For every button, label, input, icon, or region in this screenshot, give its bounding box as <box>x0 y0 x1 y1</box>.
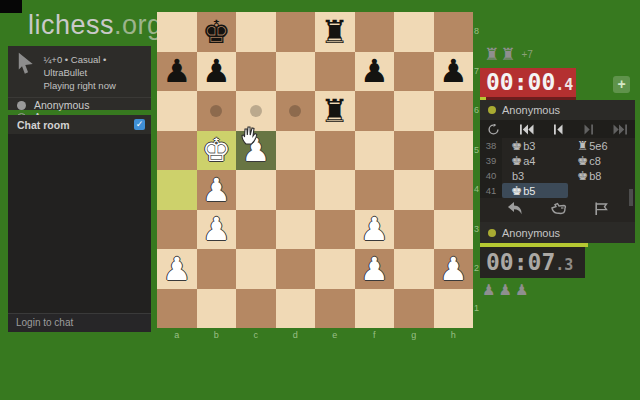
square-h7[interactable]: ♟ <box>434 52 474 92</box>
move-row: 40 b3 ♚b8 <box>480 168 635 183</box>
square-e5[interactable] <box>315 131 355 171</box>
square-c7[interactable] <box>236 52 276 92</box>
square-d4[interactable] <box>276 170 316 210</box>
white-pawn[interactable]: ♟ <box>197 210 237 250</box>
square-f8[interactable] <box>355 12 395 52</box>
go-prev-icon[interactable] <box>554 124 563 135</box>
square-c8[interactable] <box>236 12 276 52</box>
square-c3[interactable] <box>236 210 276 250</box>
black-pawn[interactable]: ♟ <box>157 52 197 92</box>
black-rook[interactable]: ♜ <box>315 91 355 131</box>
square-h8[interactable] <box>434 12 474 52</box>
square-d3[interactable] <box>276 210 316 250</box>
square-a3[interactable] <box>157 210 197 250</box>
give-time-button[interactable]: + <box>613 76 630 93</box>
square-h4[interactable] <box>434 170 474 210</box>
square-g1[interactable] <box>394 289 434 329</box>
move-row: 38 ♚b3 ♜5e6 <box>480 138 635 153</box>
move-list-scrollbar[interactable] <box>629 189 633 206</box>
bottom-player-name: Anonymous <box>502 227 560 239</box>
move-number: 40 <box>480 168 502 183</box>
online-dot-icon <box>488 106 496 114</box>
online-dot-icon <box>488 229 496 237</box>
square-h2[interactable]: ♟ <box>434 249 474 289</box>
square-e1[interactable] <box>315 289 355 329</box>
square-f2[interactable]: ♟ <box>355 249 395 289</box>
captured-pawns-icons: ♟♟♟ <box>482 281 531 299</box>
move-white-current[interactable]: ♚b5 <box>502 183 568 198</box>
clock-white: 00:07 .3 <box>480 247 585 278</box>
offer-draw-icon[interactable] <box>550 201 567 220</box>
top-player-name: Anonymous <box>502 104 560 116</box>
square-g4[interactable] <box>394 170 434 210</box>
square-c4[interactable] <box>236 170 276 210</box>
square-a7[interactable]: ♟ <box>157 52 197 92</box>
clock-black: 00:00 .4 <box>480 68 576 97</box>
file-label-g: g <box>394 330 434 340</box>
move-black[interactable]: ♚b8 <box>568 168 634 183</box>
material-diff-top: ♜♜ +7 <box>484 46 533 63</box>
site-logo[interactable]: lichess.org <box>28 10 163 41</box>
square-e3[interactable] <box>315 210 355 250</box>
square-b2[interactable] <box>197 249 237 289</box>
square-g8[interactable] <box>394 12 434 52</box>
logo-tld: .org <box>114 10 163 40</box>
clock-black-time: 00:00 <box>486 68 555 97</box>
rank-label-6: 6 <box>474 91 479 131</box>
rank-label-8: 8 <box>474 12 479 52</box>
square-a4[interactable] <box>157 170 197 210</box>
rank-label-7: 7 <box>474 52 479 92</box>
square-b8[interactable]: ♚ <box>197 12 237 52</box>
chat-toggle-checkbox[interactable]: ✓ <box>134 119 145 130</box>
file-coordinates: abcdefgh <box>157 330 473 342</box>
square-d6[interactable] <box>276 91 316 131</box>
black-pawn[interactable]: ♟ <box>355 52 395 92</box>
chat-title: Chat room <box>17 119 70 131</box>
material-diff-bottom: ♟♟♟ <box>482 281 531 299</box>
square-f1[interactable] <box>355 289 395 329</box>
rank-label-3: 3 <box>474 210 479 250</box>
chess-board[interactable]: ♚♜♟♟♟♟♜♚♟♟♟♟♟♟♟ <box>157 12 473 328</box>
square-f3[interactable]: ♟ <box>355 210 395 250</box>
square-b1[interactable] <box>197 289 237 329</box>
move-row: 39 ♚a4 ♚c8 <box>480 153 635 168</box>
bottom-player-bar: Anonymous <box>480 222 635 243</box>
go-first-icon[interactable] <box>520 124 534 135</box>
game-status-text: Playing right now <box>43 79 145 92</box>
move-list: 38 ♚b3 ♜5e6 39 ♚a4 ♚c8 40 b3 ♚b8 41 ♚b5 <box>480 138 635 198</box>
takeback-icon[interactable] <box>506 201 523 219</box>
file-label-e: e <box>315 330 355 340</box>
square-d7[interactable] <box>276 52 316 92</box>
square-g7[interactable] <box>394 52 434 92</box>
square-d1[interactable] <box>276 289 316 329</box>
move-white[interactable]: ♚b3 <box>502 138 568 153</box>
move-black[interactable] <box>568 183 634 198</box>
square-f7[interactable]: ♟ <box>355 52 395 92</box>
square-a6[interactable] <box>157 91 197 131</box>
square-a2[interactable]: ♟ <box>157 249 197 289</box>
square-f5[interactable] <box>355 131 395 171</box>
white-king[interactable]: ♚ <box>197 131 237 171</box>
square-b6[interactable] <box>197 91 237 131</box>
move-nav-bar <box>480 120 635 138</box>
window-corner <box>0 0 22 13</box>
rank-label-4: 4 <box>474 170 479 210</box>
premove-dest-dot <box>210 105 222 117</box>
square-d5[interactable] <box>276 131 316 171</box>
file-label-c: c <box>236 330 276 340</box>
square-e2[interactable] <box>315 249 355 289</box>
square-a8[interactable] <box>157 12 197 52</box>
square-b5[interactable]: ♚ <box>197 131 237 171</box>
move-white[interactable]: ♚a4 <box>502 153 568 168</box>
black-pawn[interactable]: ♟ <box>434 52 474 92</box>
game-setup-text: ¼+0 • Casual • UltraBullet <box>43 53 145 79</box>
pointer-icon <box>16 51 36 77</box>
square-f4[interactable] <box>355 170 395 210</box>
login-to-chat-prompt[interactable]: Login to chat <box>8 313 151 332</box>
square-f6[interactable] <box>355 91 395 131</box>
square-b4[interactable]: ♟ <box>197 170 237 210</box>
file-label-b: b <box>197 330 237 340</box>
file-label-f: f <box>355 330 395 340</box>
go-next-icon[interactable] <box>584 124 593 135</box>
square-h5[interactable] <box>434 131 474 171</box>
game-info-box: ¼+0 • Casual • UltraBullet Playing right… <box>8 46 151 110</box>
white-pawn[interactable]: ♟ <box>355 210 395 250</box>
rank-label-1: 1 <box>474 289 479 329</box>
square-e8[interactable]: ♜ <box>315 12 355 52</box>
move-black[interactable]: ♜5e6 <box>568 138 634 153</box>
square-d8[interactable] <box>276 12 316 52</box>
premove-dest-dot <box>289 105 301 117</box>
move-number: 39 <box>480 153 502 168</box>
square-h3[interactable] <box>434 210 474 250</box>
square-d2[interactable] <box>276 249 316 289</box>
player-white-row: Anonymous <box>8 99 151 111</box>
square-e4[interactable] <box>315 170 355 210</box>
player-name: Anonymous <box>34 99 89 111</box>
square-g3[interactable] <box>394 210 434 250</box>
go-last-icon[interactable] <box>613 124 627 135</box>
file-label-h: h <box>434 330 474 340</box>
white-pawn[interactable]: ♟ <box>355 249 395 289</box>
square-g6[interactable] <box>394 91 434 131</box>
white-pawn[interactable]: ♟ <box>157 249 197 289</box>
square-g2[interactable] <box>394 249 434 289</box>
resign-icon[interactable] <box>594 201 609 220</box>
file-label-a: a <box>157 330 197 340</box>
white-pawn[interactable]: ♟ <box>434 249 474 289</box>
premove-dest-dot <box>250 105 262 117</box>
move-white[interactable]: b3 <box>502 168 568 183</box>
square-g5[interactable] <box>394 131 434 171</box>
game-panel: Anonymous 38 ♚b3 ♜5e6 <box>480 100 635 243</box>
square-e6[interactable]: ♜ <box>315 91 355 131</box>
square-e7[interactable] <box>315 52 355 92</box>
square-h1[interactable] <box>434 289 474 329</box>
game-action-bar <box>480 198 635 222</box>
clock-white-tenths: .3 <box>555 256 573 274</box>
cycle-icon[interactable] <box>488 124 499 135</box>
move-black[interactable]: ♚c8 <box>568 153 634 168</box>
player-color-icon <box>17 101 26 110</box>
move-number: 41 <box>480 183 502 198</box>
divider <box>8 97 151 98</box>
move-row: 41 ♚b5 <box>480 183 635 198</box>
clock-black-tenths: .4 <box>555 76 573 94</box>
captured-rooks-icons: ♜♜ <box>484 46 516 63</box>
grab-hand-icon <box>239 124 259 146</box>
square-b7[interactable]: ♟ <box>197 52 237 92</box>
logo-main: lichess <box>28 10 114 40</box>
black-pawn[interactable]: ♟ <box>197 52 237 92</box>
black-king[interactable]: ♚ <box>197 12 237 52</box>
black-rook[interactable]: ♜ <box>315 12 355 52</box>
file-label-d: d <box>276 330 316 340</box>
lichess-game-page: lichess.org ¼+0 • Casual • UltraBullet P… <box>0 0 640 400</box>
square-c2[interactable] <box>236 249 276 289</box>
square-a1[interactable] <box>157 289 197 329</box>
move-number: 38 <box>480 138 502 153</box>
square-c1[interactable] <box>236 289 276 329</box>
chat-panel: Chat room ✓ Login to chat <box>8 115 151 332</box>
clock-white-time: 00:07 <box>486 247 555 278</box>
square-b3[interactable]: ♟ <box>197 210 237 250</box>
white-pawn[interactable]: ♟ <box>197 170 237 210</box>
chat-header: Chat room ✓ <box>8 115 151 134</box>
rank-label-2: 2 <box>474 249 479 289</box>
material-advantage: +7 <box>521 49 532 60</box>
chat-messages-area <box>8 134 151 313</box>
rank-label-5: 5 <box>474 131 479 171</box>
square-h6[interactable] <box>434 91 474 131</box>
top-player-bar: Anonymous <box>480 100 635 120</box>
square-a5[interactable] <box>157 131 197 171</box>
